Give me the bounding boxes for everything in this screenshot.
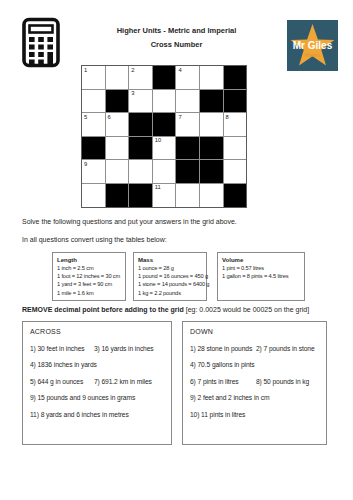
grid-cell [106,137,129,160]
grid-cell [106,66,129,89]
clue-number: 2 [131,67,134,73]
grid-cell [129,160,152,183]
clue-line: 9) 2 feet and 2 inches in cm [190,394,319,401]
instruction-convert: In all questions convert using the table… [22,236,167,243]
note-bold-text: REMOVE decimal point before adding to th… [22,306,184,313]
across-clues-box: ACROSS 1) 30 feet in inches3) 16 yards i… [22,321,172,445]
grid-cell [176,90,199,113]
grid-cell [82,90,105,113]
table-row: 1 gallon = 8 pints = 4.5 litres [222,272,300,280]
conversion-table-volume: Volume 1 pint = 0.57 litres 1 gallon = 8… [217,252,305,301]
clue: 9) 15 pounds and 9 ounces in grams [30,394,135,401]
grid-cell-black [200,160,223,183]
table-row: 1 foot = 12 inches = 30 cm [57,272,121,280]
grid-cell-black [106,90,129,113]
note-rest-text: [eg: 0.0025 would be 00025 on the grid] [184,306,309,313]
clue: 10) 11 pints in litres [190,411,245,418]
grid-cell: 11 [153,184,176,207]
table-row: 1 stone = 14 pounds = 6400 g [138,280,202,288]
grid-cell: 1 [82,66,105,89]
grid-cell: 7 [176,113,199,136]
table-row: 1 kg = 2.2 pounds [138,289,202,297]
table-row: 1 inch = 2.5 cm [57,264,121,272]
clue-number: 4 [178,67,181,73]
grid-cell [82,184,105,207]
clue-number: 10 [155,137,161,143]
conversion-table-length: Length 1 inch = 2.5 cm 1 foot = 12 inche… [52,252,126,301]
logo-text: Mr Giles [293,40,333,51]
grid-cell-black [129,113,152,136]
clue-line: 11) 8 yards and 6 inches in metres [30,411,164,418]
grid-cell-black [129,137,152,160]
clue-number: 11 [155,184,161,190]
clue-line: 10) 11 pints in litres [190,411,319,418]
clue-line: 1) 30 feet in inches3) 16 yards in inche… [30,345,164,352]
grid-cell-black [224,90,247,113]
note-remove-decimal: REMOVE decimal point before adding to th… [22,306,309,313]
clue-number: 6 [108,114,111,120]
grid-cell-black [200,90,223,113]
table-row: 1 pound = 16 ounces = 450 g [138,272,202,280]
grid-cell [153,90,176,113]
clue: 4) 70.5 gallons in pints [190,361,255,368]
table-title: Length [57,256,121,264]
grid-cell: 3 [129,90,152,113]
grid-cell-black [176,160,199,183]
logo-subtext: Maths [305,52,321,58]
grid-cell: 5 [82,113,105,136]
down-clues-box: DOWN 1) 28 stone in pounds2) 7 pounds in… [182,321,327,445]
down-heading: DOWN [190,328,319,335]
grid-cell: 2 [129,66,152,89]
table-row: 1 yard = 3 feet = 90 cm [57,280,121,288]
grid-cell: 6 [106,113,129,136]
clue-line: 6) 7 pints in litres8) 50 pounds in kg [190,378,319,385]
clue-line: 4) 1836 inches in yards [30,361,164,368]
clue-line: 4) 70.5 gallons in pints [190,361,319,368]
clue-line: 5) 644 g in ounces7) 691.2 km in miles [30,378,164,385]
table-row: 1 pint = 0.57 litres [222,264,300,272]
table-row: 1 mile = 1.6 km [57,289,121,297]
grid-cell-black [106,184,129,207]
clue-line: 9) 15 pounds and 9 ounces in grams [30,394,164,401]
clue: 8) 50 pounds in kg [256,378,309,385]
clue-line: 1) 28 stone in pounds2) 7 pounds in ston… [190,345,319,352]
instruction-solve: Solve the following questions and put yo… [22,218,237,225]
clue-number: 8 [226,114,229,120]
grid-cell-black [129,184,152,207]
grid-cell: 10 [153,137,176,160]
grid-cell-black [224,184,247,207]
table-title: Mass [138,256,202,264]
clue: 4) 1836 inches in yards [30,361,97,368]
clue: 1) 30 feet in inches [30,345,94,352]
grid-cell [200,184,223,207]
crossnumber-grid: 1243567810911 [81,65,247,208]
grid-cell [153,160,176,183]
grid-cell [106,160,129,183]
grid-cell-black [224,66,247,89]
grid-cell [200,113,223,136]
clue: 1) 28 stone in pounds [190,345,256,352]
grid-cell-black [153,113,176,136]
clue: 5) 644 g in ounces [30,378,94,385]
table-title: Volume [222,256,300,264]
grid-cell-black [200,137,223,160]
clue: 6) 7 pints in litres [190,378,256,385]
clue: 9) 2 feet and 2 inches in cm [190,394,269,401]
conversion-table-mass: Mass 1 ounce = 28 g 1 pound = 16 ounces … [133,252,207,301]
grid-cell: 9 [82,160,105,183]
grid-cell: 4 [176,66,199,89]
clue-number: 1 [84,67,87,73]
across-heading: ACROSS [30,328,164,335]
grid-cell-black [82,137,105,160]
grid-cell [200,66,223,89]
clue-number: 5 [84,114,87,120]
worksheet-page: Higher Units - Metric and Imperial Cross… [0,0,353,500]
clue-number: 3 [131,90,134,96]
clue-number: 7 [178,114,181,120]
grid-cell [224,137,247,160]
grid-cell-black [176,137,199,160]
grid-cell-black [153,66,176,89]
clue-number: 9 [84,161,87,167]
clue: 11) 8 yards and 6 inches in metres [30,411,129,418]
grid-cell [176,184,199,207]
table-row: 1 ounce = 28 g [138,264,202,272]
grid-cell: 8 [224,113,247,136]
clue: 7) 691.2 km in miles [94,378,152,385]
clue: 2) 7 pounds in stone [256,345,315,352]
mr-giles-maths-logo: Mr Giles Maths [287,20,338,71]
clue: 3) 16 yards in inches [94,345,154,352]
grid-cell [224,160,247,183]
